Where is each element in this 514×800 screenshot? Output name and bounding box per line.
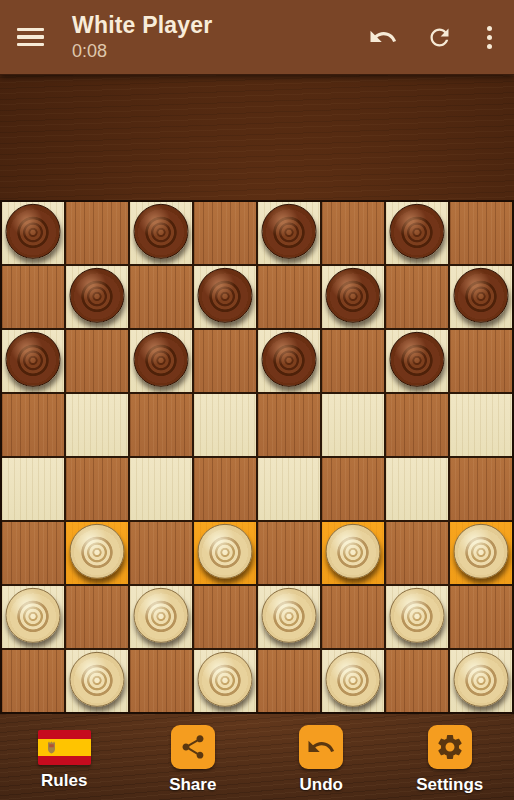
- white-piece[interactable]: [454, 524, 509, 579]
- more-options-button[interactable]: [478, 13, 500, 61]
- board-square[interactable]: [2, 266, 64, 328]
- appbar-actions: [366, 13, 514, 61]
- board-square[interactable]: [130, 650, 192, 712]
- settings-label: Settings: [416, 775, 483, 795]
- flag-crest: [47, 741, 56, 754]
- board-square[interactable]: [450, 266, 512, 328]
- white-piece[interactable]: [454, 652, 509, 707]
- board-square[interactable]: [258, 650, 320, 712]
- board-square[interactable]: [258, 458, 320, 520]
- menu-icon: [17, 28, 44, 32]
- board-square[interactable]: [322, 586, 384, 648]
- share-button[interactable]: Share: [129, 714, 258, 800]
- board-square[interactable]: [194, 330, 256, 392]
- undo-move-button[interactable]: [366, 13, 400, 61]
- board-square[interactable]: [386, 202, 448, 264]
- board-square[interactable]: [322, 202, 384, 264]
- board-square[interactable]: [130, 266, 192, 328]
- toolbar: Rules Share Undo Settin: [0, 714, 514, 800]
- board-square[interactable]: [258, 394, 320, 456]
- board-square[interactable]: [130, 458, 192, 520]
- game-timer: 0:08: [72, 41, 212, 61]
- dark-piece[interactable]: [262, 204, 317, 259]
- board-square[interactable]: [66, 522, 128, 584]
- spanish-flag-icon: [38, 730, 91, 765]
- board-square[interactable]: [2, 202, 64, 264]
- board-square[interactable]: [450, 202, 512, 264]
- board-square[interactable]: [2, 394, 64, 456]
- board-square[interactable]: [194, 522, 256, 584]
- board-square[interactable]: [66, 330, 128, 392]
- board-square[interactable]: [258, 266, 320, 328]
- board-square[interactable]: [2, 522, 64, 584]
- board-square[interactable]: [194, 458, 256, 520]
- board-square[interactable]: [130, 202, 192, 264]
- white-piece[interactable]: [70, 524, 125, 579]
- board-square[interactable]: [130, 522, 192, 584]
- board-square[interactable]: [386, 394, 448, 456]
- rules-label: Rules: [41, 771, 87, 791]
- board-square[interactable]: [66, 458, 128, 520]
- restart-icon: [426, 24, 453, 51]
- dark-piece[interactable]: [70, 268, 125, 323]
- board-square[interactable]: [130, 330, 192, 392]
- dark-piece[interactable]: [454, 268, 509, 323]
- undo-icon: [368, 22, 398, 52]
- board-square[interactable]: [258, 330, 320, 392]
- checkers-app: White Player 0:08: [0, 0, 514, 800]
- white-piece[interactable]: [326, 652, 381, 707]
- board-square[interactable]: [450, 586, 512, 648]
- white-piece[interactable]: [6, 588, 61, 643]
- menu-button[interactable]: [0, 0, 60, 75]
- board-square[interactable]: [2, 650, 64, 712]
- board-square[interactable]: [130, 394, 192, 456]
- dark-piece[interactable]: [6, 204, 61, 259]
- dark-piece[interactable]: [6, 332, 61, 387]
- white-piece[interactable]: [198, 524, 253, 579]
- board-square[interactable]: [386, 586, 448, 648]
- dark-piece[interactable]: [134, 204, 189, 259]
- board-square[interactable]: [66, 266, 128, 328]
- white-piece[interactable]: [390, 588, 445, 643]
- white-piece[interactable]: [70, 652, 125, 707]
- board-square[interactable]: [322, 394, 384, 456]
- dark-piece[interactable]: [326, 268, 381, 323]
- board-square[interactable]: [322, 522, 384, 584]
- dark-piece[interactable]: [390, 204, 445, 259]
- undo-icon: [306, 732, 336, 762]
- board-square[interactable]: [322, 458, 384, 520]
- rules-button[interactable]: Rules: [0, 714, 129, 800]
- gear-icon: [435, 732, 465, 762]
- board-square[interactable]: [258, 522, 320, 584]
- board-square[interactable]: [386, 650, 448, 712]
- dark-piece[interactable]: [134, 332, 189, 387]
- board-square[interactable]: [130, 586, 192, 648]
- share-label: Share: [169, 775, 216, 795]
- undo-label: Undo: [300, 775, 343, 795]
- board-square[interactable]: [450, 522, 512, 584]
- more-vert-icon: [479, 26, 499, 49]
- settings-button[interactable]: Settings: [386, 714, 514, 800]
- board-square[interactable]: [194, 266, 256, 328]
- board-square[interactable]: [66, 394, 128, 456]
- undo-button[interactable]: Undo: [257, 714, 386, 800]
- white-piece[interactable]: [198, 652, 253, 707]
- appbar: White Player 0:08: [0, 0, 514, 75]
- board-square[interactable]: [386, 330, 448, 392]
- white-piece[interactable]: [326, 524, 381, 579]
- share-icon: [179, 733, 207, 761]
- board-square[interactable]: [258, 202, 320, 264]
- page-title: White Player: [72, 13, 212, 39]
- board-square[interactable]: [450, 330, 512, 392]
- board-square[interactable]: [66, 650, 128, 712]
- board-square[interactable]: [2, 586, 64, 648]
- board-square[interactable]: [258, 586, 320, 648]
- board-square[interactable]: [194, 650, 256, 712]
- dark-piece[interactable]: [262, 332, 317, 387]
- board-square[interactable]: [386, 266, 448, 328]
- board-square[interactable]: [386, 522, 448, 584]
- board-square[interactable]: [2, 330, 64, 392]
- dark-piece[interactable]: [198, 268, 253, 323]
- board-square[interactable]: [322, 266, 384, 328]
- board-square[interactable]: [322, 650, 384, 712]
- board-square[interactable]: [2, 458, 64, 520]
- board-square[interactable]: [386, 458, 448, 520]
- board-square[interactable]: [450, 650, 512, 712]
- board: [0, 200, 514, 714]
- board-square[interactable]: [450, 394, 512, 456]
- white-piece[interactable]: [134, 588, 189, 643]
- board-square[interactable]: [194, 202, 256, 264]
- title-block: White Player 0:08: [72, 13, 212, 61]
- board-square[interactable]: [194, 586, 256, 648]
- board-square[interactable]: [322, 330, 384, 392]
- board-square[interactable]: [450, 458, 512, 520]
- white-piece[interactable]: [262, 588, 317, 643]
- board-square[interactable]: [66, 586, 128, 648]
- board-square[interactable]: [194, 394, 256, 456]
- dark-piece[interactable]: [390, 332, 445, 387]
- restart-game-button[interactable]: [422, 13, 456, 61]
- board-square[interactable]: [66, 202, 128, 264]
